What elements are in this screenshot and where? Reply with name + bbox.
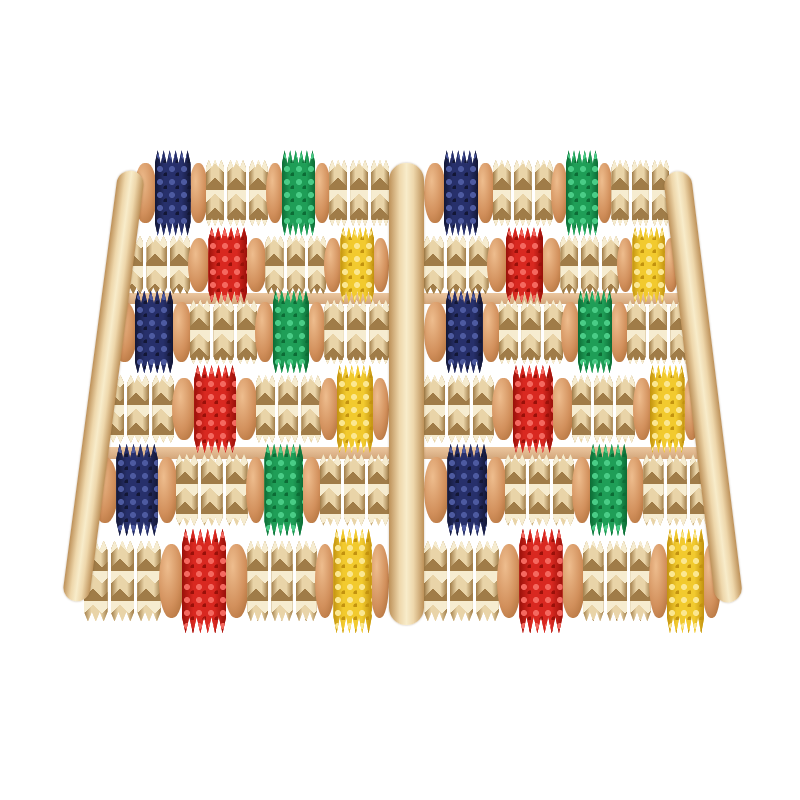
center-rail bbox=[389, 163, 424, 625]
wood-bead bbox=[424, 457, 449, 523]
knurl-ridge bbox=[176, 454, 198, 525]
wood-bead bbox=[188, 238, 210, 292]
knurled-roller bbox=[493, 160, 553, 226]
spike-ring-green bbox=[566, 150, 598, 235]
knurl-ridge bbox=[347, 300, 367, 364]
knurl-ridge bbox=[350, 160, 368, 226]
wood-bead bbox=[245, 238, 267, 292]
wood-bead bbox=[492, 378, 515, 441]
knurled-roller bbox=[424, 375, 494, 443]
spike-ring-yellow bbox=[340, 227, 374, 303]
spike-ring-red bbox=[182, 529, 226, 634]
spike-ring-yellow bbox=[667, 529, 704, 634]
rod-2-left-track bbox=[123, 234, 389, 296]
wood-bead bbox=[156, 457, 178, 523]
spike-ring-red bbox=[506, 227, 543, 303]
knurl-ridge bbox=[424, 541, 447, 622]
knurled-roller bbox=[611, 160, 669, 226]
spike-ring-yellow bbox=[650, 365, 685, 453]
knurl-ridge bbox=[152, 375, 174, 443]
wood-bead bbox=[485, 457, 506, 523]
wood-bead bbox=[255, 302, 274, 361]
rod-1-left-track bbox=[134, 158, 389, 228]
knurl-ridge bbox=[448, 375, 469, 443]
knurl-ridge bbox=[137, 541, 161, 622]
spike-ring-blue bbox=[155, 150, 191, 235]
wood-bead bbox=[224, 544, 249, 619]
wood-bead bbox=[315, 544, 336, 619]
rod-4-left-track bbox=[102, 373, 389, 445]
wood-bead bbox=[171, 302, 192, 361]
knurl-ridge bbox=[301, 375, 321, 443]
knurl-ridge bbox=[611, 160, 628, 226]
knurl-ridge bbox=[521, 300, 541, 364]
spike-ring-green bbox=[578, 291, 613, 374]
spike-ring-green bbox=[264, 444, 303, 537]
wood-bead bbox=[372, 238, 389, 292]
knurl-ridge bbox=[371, 160, 389, 226]
knurl-ridge bbox=[594, 375, 613, 443]
knurled-roller bbox=[329, 160, 389, 226]
wood-bead bbox=[424, 163, 446, 224]
rod-6-left-track bbox=[84, 538, 389, 624]
knurled-roller bbox=[424, 541, 499, 622]
knurl-ridge bbox=[469, 236, 489, 294]
wood-bead bbox=[159, 544, 184, 619]
knurl-ridge bbox=[572, 375, 591, 443]
knurl-ridge bbox=[213, 300, 233, 364]
knurl-ridge bbox=[607, 541, 628, 622]
wood-bead bbox=[649, 544, 669, 619]
knurl-ridge bbox=[632, 160, 649, 226]
knurl-ridge bbox=[201, 454, 223, 525]
wood-bead bbox=[551, 163, 568, 224]
wood-bead bbox=[371, 378, 389, 441]
knurl-ridge bbox=[226, 454, 248, 525]
wood-bead bbox=[266, 163, 284, 224]
wood-bead bbox=[301, 457, 322, 523]
knurl-ridge bbox=[256, 375, 276, 443]
knurl-ridge bbox=[499, 300, 519, 364]
knurl-ridge bbox=[278, 375, 298, 443]
knurl-ridge bbox=[344, 454, 365, 525]
knurl-ridge bbox=[667, 454, 687, 525]
knurl-ridge bbox=[190, 300, 210, 364]
wood-bead bbox=[561, 302, 580, 361]
spike-ring-blue bbox=[116, 444, 157, 537]
wood-bead bbox=[234, 378, 258, 441]
foot-massage-roller bbox=[0, 0, 800, 800]
rod-4-right-track bbox=[424, 373, 700, 445]
knurl-ridge bbox=[583, 541, 604, 622]
knurled-roller bbox=[499, 300, 563, 364]
rod-1-right-track bbox=[424, 158, 669, 228]
knurl-ridge bbox=[649, 300, 668, 364]
knurl-ridge bbox=[553, 454, 574, 525]
knurl-ridge bbox=[424, 236, 444, 294]
knurled-roller bbox=[190, 300, 257, 364]
spike-ring-red bbox=[194, 365, 236, 453]
knurl-ridge bbox=[287, 236, 305, 294]
knurl-ridge bbox=[227, 160, 246, 226]
knurl-ridge bbox=[424, 375, 445, 443]
knurl-ridge bbox=[237, 300, 257, 364]
knurl-ridge bbox=[447, 236, 467, 294]
knurled-roller bbox=[324, 300, 389, 364]
rod-5-left-track bbox=[92, 452, 389, 528]
knurl-ridge bbox=[529, 454, 550, 525]
knurled-roller bbox=[583, 541, 651, 622]
rod-2-right-track bbox=[424, 234, 679, 296]
spike-ring-blue bbox=[135, 291, 174, 374]
wood-bead bbox=[324, 238, 342, 292]
wood-bead bbox=[551, 378, 574, 441]
spike-ring-red bbox=[513, 365, 553, 453]
knurled-roller bbox=[265, 236, 326, 294]
rod-3-right-track bbox=[424, 298, 689, 366]
knurled-roller bbox=[247, 541, 316, 622]
rod-5-right-track bbox=[424, 452, 710, 528]
knurl-ridge bbox=[206, 160, 225, 226]
knurl-ridge bbox=[329, 160, 347, 226]
knurl-ridge bbox=[271, 541, 292, 622]
knurled-roller bbox=[320, 454, 389, 525]
knurl-ridge bbox=[514, 160, 532, 226]
knurled-roller bbox=[256, 375, 322, 443]
knurl-ridge bbox=[170, 236, 190, 294]
knurled-roller bbox=[560, 236, 619, 294]
knurl-ridge bbox=[368, 454, 389, 525]
knurl-ridge bbox=[616, 375, 635, 443]
wood-bead bbox=[572, 457, 592, 523]
spike-ring-blue bbox=[444, 150, 479, 235]
spike-ring-green bbox=[273, 291, 309, 374]
knurled-roller bbox=[84, 541, 161, 622]
knurl-ridge bbox=[627, 300, 646, 364]
knurl-ridge bbox=[369, 300, 389, 364]
knurl-ridge bbox=[535, 160, 553, 226]
rod-3-left-track bbox=[112, 298, 389, 366]
knurl-ridge bbox=[265, 236, 283, 294]
rod-6-right-track bbox=[424, 538, 721, 624]
spike-ring-yellow bbox=[337, 365, 373, 453]
spike-ring-blue bbox=[447, 444, 487, 537]
wood-bead bbox=[424, 302, 448, 361]
knurl-ridge bbox=[581, 236, 599, 294]
wood-bead bbox=[617, 238, 634, 292]
knurl-ridge bbox=[493, 160, 511, 226]
knurl-ridge bbox=[146, 236, 166, 294]
knurl-ridge bbox=[324, 300, 344, 364]
spike-ring-red bbox=[519, 529, 562, 634]
wood-bead bbox=[370, 544, 389, 619]
spike-ring-yellow bbox=[333, 529, 371, 634]
knurled-roller bbox=[505, 454, 574, 525]
knurled-roller bbox=[176, 454, 248, 525]
spike-ring-blue bbox=[446, 291, 483, 374]
knurl-ridge bbox=[473, 375, 494, 443]
spike-ring-yellow bbox=[632, 227, 664, 303]
knurl-ridge bbox=[476, 541, 499, 622]
knurl-ridge bbox=[247, 541, 268, 622]
spike-ring-green bbox=[282, 150, 315, 235]
wood-bead bbox=[246, 457, 267, 523]
knurl-ridge bbox=[127, 375, 149, 443]
wood-bead bbox=[625, 457, 645, 523]
knurled-roller bbox=[424, 236, 489, 294]
spike-ring-green bbox=[590, 444, 627, 537]
knurl-ridge bbox=[296, 541, 317, 622]
wood-bead bbox=[561, 544, 585, 619]
knurl-ridge bbox=[560, 236, 578, 294]
knurled-roller bbox=[206, 160, 268, 226]
wood-bead bbox=[319, 378, 339, 441]
knurl-ridge bbox=[111, 541, 135, 622]
knurl-ridge bbox=[643, 454, 663, 525]
wood-bead bbox=[487, 238, 508, 292]
knurl-ridge bbox=[630, 541, 651, 622]
wood-bead bbox=[497, 544, 521, 619]
wood-bead bbox=[172, 378, 196, 441]
wood-bead bbox=[541, 238, 562, 292]
knurl-ridge bbox=[450, 541, 473, 622]
knurl-ridge bbox=[505, 454, 526, 525]
spike-ring-red bbox=[208, 227, 247, 303]
knurl-ridge bbox=[320, 454, 341, 525]
wood-bead bbox=[633, 378, 652, 441]
knurled-roller bbox=[572, 375, 635, 443]
